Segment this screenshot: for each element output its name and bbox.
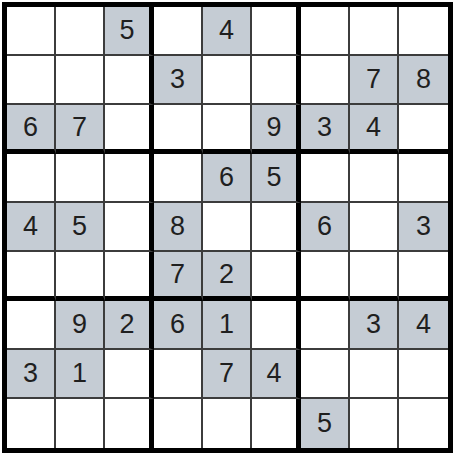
cell-r1c6[interactable]	[252, 7, 301, 56]
cell-r6c8[interactable]	[350, 252, 399, 301]
cell-r9c8[interactable]	[350, 399, 399, 448]
cell-r5c7[interactable]: 6	[301, 203, 350, 252]
cell-r5c6[interactable]	[252, 203, 301, 252]
cell-r9c6[interactable]	[252, 399, 301, 448]
cell-r3c4[interactable]	[154, 105, 203, 154]
cell-r6c5[interactable]: 2	[203, 252, 252, 301]
cell-r4c8[interactable]	[350, 154, 399, 203]
cell-r7c3[interactable]: 2	[105, 301, 154, 350]
cell-r7c2[interactable]: 9	[56, 301, 105, 350]
cell-r4c4[interactable]	[154, 154, 203, 203]
cell-r8c8[interactable]	[350, 350, 399, 399]
cell-r1c3[interactable]: 5	[105, 7, 154, 56]
cell-r4c9[interactable]	[399, 154, 448, 203]
cell-r5c9[interactable]: 3	[399, 203, 448, 252]
cell-r1c2[interactable]	[56, 7, 105, 56]
cell-r7c8[interactable]: 3	[350, 301, 399, 350]
cell-r2c4[interactable]: 3	[154, 56, 203, 105]
cell-r9c7[interactable]: 5	[301, 399, 350, 448]
cell-r3c3[interactable]	[105, 105, 154, 154]
cell-r7c9[interactable]: 4	[399, 301, 448, 350]
cell-r8c1[interactable]: 3	[7, 350, 56, 399]
cell-r2c8[interactable]: 7	[350, 56, 399, 105]
cell-r5c5[interactable]	[203, 203, 252, 252]
cell-r1c5[interactable]: 4	[203, 7, 252, 56]
cell-r1c4[interactable]	[154, 7, 203, 56]
cell-r8c7[interactable]	[301, 350, 350, 399]
cell-r1c1[interactable]	[7, 7, 56, 56]
cell-r7c7[interactable]	[301, 301, 350, 350]
cell-r9c2[interactable]	[56, 399, 105, 448]
cell-r2c9[interactable]: 8	[399, 56, 448, 105]
cell-r7c4[interactable]: 6	[154, 301, 203, 350]
cell-r5c2[interactable]: 5	[56, 203, 105, 252]
cell-r2c5[interactable]	[203, 56, 252, 105]
cell-r6c2[interactable]	[56, 252, 105, 301]
cell-r5c3[interactable]	[105, 203, 154, 252]
cell-r2c1[interactable]	[7, 56, 56, 105]
cell-r7c1[interactable]	[7, 301, 56, 350]
cell-r9c1[interactable]	[7, 399, 56, 448]
cell-r6c9[interactable]	[399, 252, 448, 301]
cell-r2c2[interactable]	[56, 56, 105, 105]
cell-r8c2[interactable]: 1	[56, 350, 105, 399]
cell-r2c3[interactable]	[105, 56, 154, 105]
cell-r8c4[interactable]	[154, 350, 203, 399]
cell-r6c4[interactable]: 7	[154, 252, 203, 301]
cell-r4c1[interactable]	[7, 154, 56, 203]
cell-r1c7[interactable]	[301, 7, 350, 56]
cell-r9c5[interactable]	[203, 399, 252, 448]
cell-r5c1[interactable]: 4	[7, 203, 56, 252]
cell-r9c9[interactable]	[399, 399, 448, 448]
cell-r9c3[interactable]	[105, 399, 154, 448]
cell-r4c7[interactable]	[301, 154, 350, 203]
cell-r9c4[interactable]	[154, 399, 203, 448]
cell-r3c6[interactable]: 9	[252, 105, 301, 154]
cell-r8c9[interactable]	[399, 350, 448, 399]
cell-r8c3[interactable]	[105, 350, 154, 399]
cell-r3c7[interactable]: 3	[301, 105, 350, 154]
cell-r4c3[interactable]	[105, 154, 154, 203]
cell-r6c1[interactable]	[7, 252, 56, 301]
cell-r4c2[interactable]	[56, 154, 105, 203]
cell-r2c7[interactable]	[301, 56, 350, 105]
cell-r2c6[interactable]	[252, 56, 301, 105]
cell-r8c5[interactable]: 7	[203, 350, 252, 399]
cell-r5c4[interactable]: 8	[154, 203, 203, 252]
cell-r8c6[interactable]: 4	[252, 350, 301, 399]
cell-r4c6[interactable]: 5	[252, 154, 301, 203]
cell-r1c9[interactable]	[399, 7, 448, 56]
cell-r6c3[interactable]	[105, 252, 154, 301]
cell-r1c8[interactable]	[350, 7, 399, 56]
cell-r3c1[interactable]: 6	[7, 105, 56, 154]
cell-r7c5[interactable]: 1	[203, 301, 252, 350]
cell-r3c2[interactable]: 7	[56, 105, 105, 154]
cell-r3c8[interactable]: 4	[350, 105, 399, 154]
cell-r5c8[interactable]	[350, 203, 399, 252]
cell-r7c6[interactable]	[252, 301, 301, 350]
cell-r3c5[interactable]	[203, 105, 252, 154]
cell-r3c9[interactable]	[399, 105, 448, 154]
cell-r4c5[interactable]: 6	[203, 154, 252, 203]
sudoku-board: 543786793465458637292613431745	[2, 2, 453, 453]
cell-r6c6[interactable]	[252, 252, 301, 301]
cell-r6c7[interactable]	[301, 252, 350, 301]
